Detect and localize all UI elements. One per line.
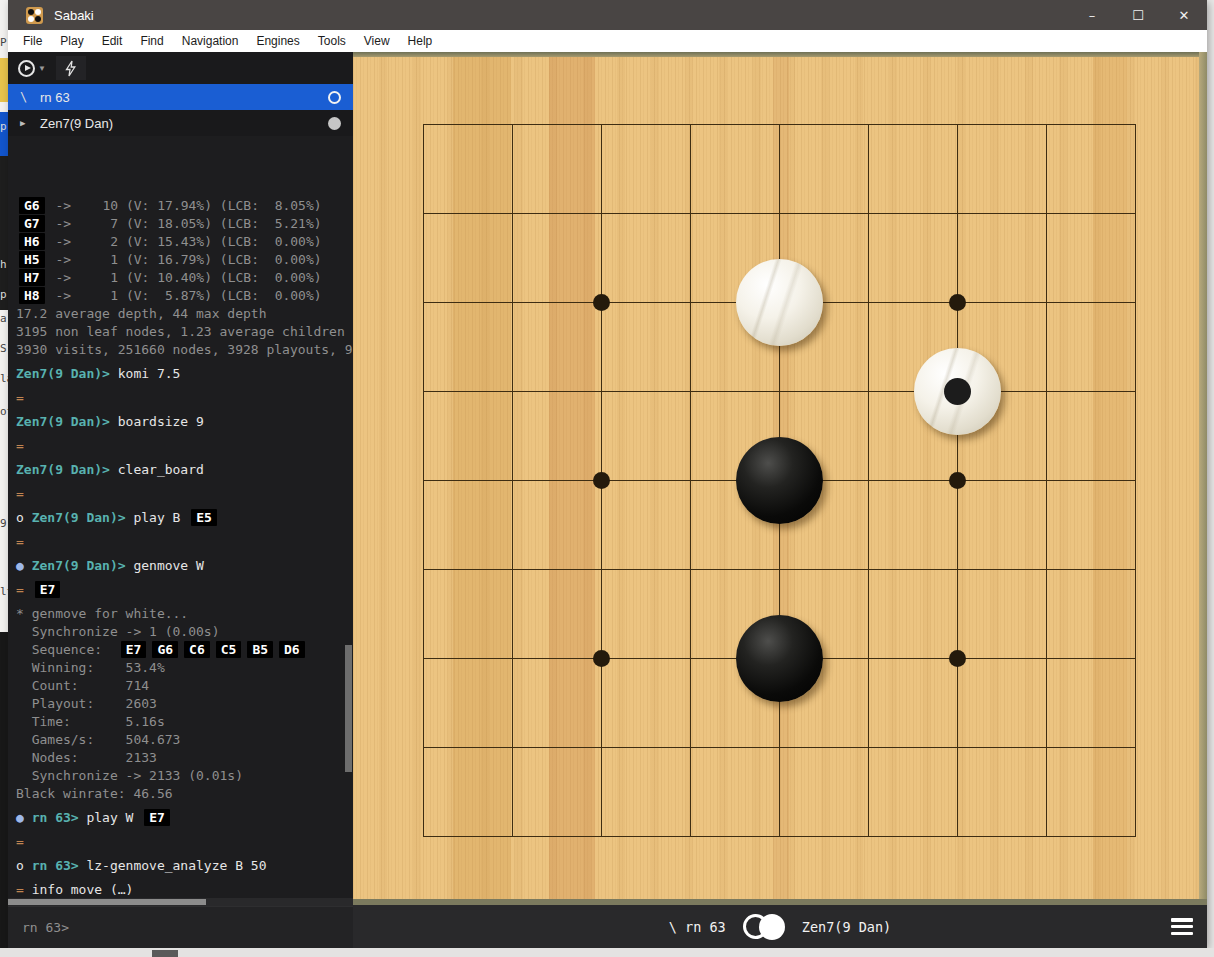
console-line: Time: 5.16s <box>16 713 353 731</box>
engine-list: \rn 63▶Zen7(9 Dan) <box>8 84 353 136</box>
intersection-D3[interactable] <box>646 614 735 703</box>
stone-black-E5 <box>736 437 823 524</box>
console-line: = <box>16 533 353 551</box>
intersection-B1[interactable] <box>468 792 557 881</box>
console-text: Time: 5.16s <box>16 714 165 729</box>
intersection-G2[interactable] <box>913 703 1002 792</box>
star-point <box>593 472 610 489</box>
engine-item-rn-63[interactable]: \rn 63 <box>8 84 353 110</box>
intersection-G9[interactable] <box>913 80 1002 169</box>
open-circle-icon[interactable] <box>328 91 341 104</box>
filled-circle-icon[interactable] <box>328 117 341 130</box>
console-line: Winning: 53.4% <box>16 659 353 677</box>
console-line: Zen7(9 Dan)> boardsize 9 <box>16 413 353 431</box>
console-line: ● Zen7(9 Dan)> genmove W <box>16 557 353 575</box>
star-point <box>949 650 966 667</box>
menu-play[interactable]: Play <box>51 32 92 50</box>
intersection-J1[interactable] <box>1091 792 1180 881</box>
console-text: 3930 visits, 251660 nodes, 3928 playouts… <box>16 342 353 357</box>
engine-item-zen7-9-dan-[interactable]: ▶Zen7(9 Dan) <box>8 110 353 136</box>
gtp-equals: = <box>16 534 24 549</box>
intersection-E8[interactable] <box>735 169 824 258</box>
intersection-G8[interactable] <box>913 169 1002 258</box>
console-text: clear_board <box>110 462 204 477</box>
console-text: genmove W <box>126 558 204 573</box>
expand-arrow-icon: ▶ <box>20 118 40 128</box>
move-badge: H8 <box>19 287 45 304</box>
move-badge: E5 <box>191 509 217 526</box>
console-line: 3195 non leaf nodes, 1.23 average childr… <box>16 323 353 341</box>
console-text: 3195 non leaf nodes, 1.23 average childr… <box>16 324 345 339</box>
last-move-marker <box>944 378 971 405</box>
console-text: lz-genmove_analyze B 50 <box>79 858 267 873</box>
move-badge: G7 <box>19 215 45 232</box>
intersection-D9[interactable] <box>646 80 735 169</box>
gtp-equals: = <box>16 582 32 597</box>
console-line: Zen7(9 Dan)> clear_board <box>16 461 353 479</box>
engine-name: rn 63 <box>40 90 328 105</box>
console-line: H5 -> 1 (V: 16.79%) (LCB: 0.00%) <box>16 251 353 269</box>
console-text: Playout: 2603 <box>16 696 157 711</box>
sliver-text-fragment: lf <box>0 585 8 598</box>
gtp-equals: = <box>16 834 24 849</box>
stone-black-E3 <box>736 615 823 702</box>
intersection-F6[interactable] <box>824 347 913 436</box>
intersection-J8[interactable] <box>1091 169 1180 258</box>
intersection-F5[interactable] <box>824 436 913 525</box>
console-line: 3930 visits, 251660 nodes, 3928 playouts… <box>16 341 353 359</box>
intersection-C5[interactable] <box>557 436 646 525</box>
gtp-equals: = <box>16 438 24 453</box>
console-line: 17.2 average depth, 44 max depth <box>16 305 353 323</box>
intersection-G6[interactable] <box>913 347 1002 436</box>
background-window-sliver: PphpaSlaof9lf <box>0 0 8 957</box>
intersection-D4[interactable] <box>646 525 735 614</box>
intersection-D8[interactable] <box>646 169 735 258</box>
busy-spinner-icon: \ <box>20 90 40 104</box>
bullet-filled-icon: ● <box>16 558 32 573</box>
lightning-icon <box>65 60 76 77</box>
sliver-dark-block <box>0 156 8 310</box>
console-line: Playout: 2603 <box>16 695 353 713</box>
intersection-J5[interactable] <box>1091 436 1180 525</box>
play-circle-icon <box>18 60 35 77</box>
sliver-text-fragment: h <box>0 258 7 271</box>
console-text: * genmove for white... <box>16 606 188 621</box>
console-line: G7 -> 7 (V: 18.05%) (LCB: 5.21%) <box>16 215 353 233</box>
move-badge: E7 <box>121 641 147 658</box>
sliver-text-fragment: 9 <box>0 517 7 530</box>
intersection-F4[interactable] <box>824 525 913 614</box>
engine-prompt: Zen7(9 Dan)> <box>32 558 126 573</box>
menu-navigation[interactable]: Navigation <box>173 32 248 50</box>
intersection-D2[interactable] <box>646 703 735 792</box>
console-text: Winning: 53.4% <box>16 660 165 675</box>
engine-prompt: Zen7(9 Dan)> <box>16 462 110 477</box>
engine-toolbar: ▼ <box>8 52 353 84</box>
console-line: = E7 <box>16 581 353 599</box>
console-line: H8 -> 1 (V: 5.87%) (LCB: 0.00%) <box>16 287 353 305</box>
generate-move-button[interactable] <box>56 56 86 80</box>
engine-prompt: rn 63> <box>32 858 79 873</box>
console-line: Black winrate: 46.56 <box>16 785 353 803</box>
board-panel: \ rn 63 Zen7(9 Dan) <box>353 52 1207 948</box>
minimize-button[interactable]: – <box>1069 0 1115 30</box>
star-point <box>949 472 966 489</box>
console-input[interactable]: rn 63> <box>8 906 353 948</box>
console-line: = <box>16 485 353 503</box>
console-text: info move (…) <box>32 882 134 897</box>
move-badge: E7 <box>35 581 61 598</box>
intersection-J4[interactable] <box>1091 525 1180 614</box>
intersection-J9[interactable] <box>1091 80 1180 169</box>
menu-find[interactable]: Find <box>131 32 172 50</box>
menu-engines[interactable]: Engines <box>247 32 308 50</box>
intersection-H3[interactable] <box>1002 614 1091 703</box>
sliver-text-fragment: p <box>0 120 7 133</box>
console-line: o rn 63> lz-genmove_analyze B 50 <box>16 857 353 875</box>
move-badge: H7 <box>19 269 45 286</box>
intersection-A5[interactable] <box>379 436 468 525</box>
gtp-console-panel: ▼ \rn 63▶Zen7(9 Dan) G6 -> 10 (V: 17.94%… <box>8 52 353 948</box>
intersection-F8[interactable] <box>824 169 913 258</box>
console-text: -> 1 (V: 5.87%) (LCB: 0.00%) <box>48 288 322 303</box>
engine-prompt: Zen7(9 Dan)> <box>16 366 110 381</box>
console-line: H7 -> 1 (V: 10.40%) (LCB: 0.00%) <box>16 269 353 287</box>
horizontal-scrollbar-thumb[interactable] <box>8 899 206 905</box>
board-top-edge <box>353 52 1207 57</box>
move-badge: G6 <box>152 641 178 658</box>
menu-view[interactable]: View <box>355 32 399 50</box>
intersection-E4[interactable] <box>735 525 824 614</box>
black-player-name: \ rn 63 <box>669 919 726 935</box>
menu-help[interactable]: Help <box>399 32 442 50</box>
move-badge: E7 <box>144 809 170 826</box>
star-point <box>949 294 966 311</box>
console-text: Sequence: <box>16 642 118 657</box>
intersection-A7[interactable] <box>379 258 468 347</box>
console-line: = <box>16 833 353 851</box>
sliver-text-fragment: P <box>0 36 7 49</box>
intersection-G4[interactable] <box>913 525 1002 614</box>
intersection-E9[interactable] <box>735 80 824 169</box>
intersection-A3[interactable] <box>379 614 468 703</box>
desktop-edge-bottom <box>0 948 1214 957</box>
console-line: Games/s: 504.673 <box>16 731 353 749</box>
sliver-blue-chip <box>0 112 8 156</box>
console-line: o Zen7(9 Dan)> play B E5 <box>16 509 353 527</box>
move-badge: C6 <box>184 641 210 658</box>
intersection-A9[interactable] <box>379 80 468 169</box>
console-line: Synchronize -> 1 (0.00s) <box>16 623 353 641</box>
console-text: komi 7.5 <box>110 366 180 381</box>
console-text: -> 1 (V: 10.40%) (LCB: 0.00%) <box>48 270 322 285</box>
intersection-H9[interactable] <box>1002 80 1091 169</box>
gtp-equals: = <box>16 882 32 897</box>
intersection-H5[interactable] <box>1002 436 1091 525</box>
gtp-equals: = <box>16 486 24 501</box>
intersection-F1[interactable] <box>824 792 913 881</box>
intersection-C4[interactable] <box>557 525 646 614</box>
white-player-name: Zen7(9 Dan) <box>802 919 891 935</box>
intersection-B6[interactable] <box>468 347 557 436</box>
intersection-A4[interactable] <box>379 525 468 614</box>
intersection-F3[interactable] <box>824 614 913 703</box>
sliver-dark-block <box>0 632 8 957</box>
menu-bar: FilePlayEditFindNavigationEnginesToolsVi… <box>8 30 1207 52</box>
intersection-G1[interactable] <box>913 792 1002 881</box>
intersection-B7[interactable] <box>468 258 557 347</box>
intersection-H4[interactable] <box>1002 525 1091 614</box>
console-line: H6 -> 2 (V: 15.43%) (LCB: 0.00%) <box>16 233 353 251</box>
intersection-A6[interactable] <box>379 347 468 436</box>
intersection-B9[interactable] <box>468 80 557 169</box>
intersection-F2[interactable] <box>824 703 913 792</box>
intersection-C9[interactable] <box>557 80 646 169</box>
intersection-D1[interactable] <box>646 792 735 881</box>
horizontal-scrollbar-track[interactable] <box>8 898 353 906</box>
move-badge: H5 <box>19 251 45 268</box>
start-engine-button[interactable]: ▼ <box>18 60 46 77</box>
console-text: -> 7 (V: 18.05%) (LCB: 5.21%) <box>48 216 322 231</box>
console-line: G6 -> 10 (V: 17.94%) (LCB: 8.05%) <box>16 197 353 215</box>
sliver-text-fragment: a <box>0 312 7 325</box>
intersection-B8[interactable] <box>468 169 557 258</box>
console-text: boardsize 9 <box>110 414 204 429</box>
intersection-A2[interactable] <box>379 703 468 792</box>
intersection-C3[interactable] <box>557 614 646 703</box>
chevron-down-icon: ▼ <box>38 64 46 73</box>
intersection-A1[interactable] <box>379 792 468 881</box>
sliver-text-fragment: p <box>0 288 7 301</box>
console-text: Count: 714 <box>16 678 149 693</box>
title-bar: Sabaki – ☐ ✕ <box>8 0 1207 30</box>
intersection-E3[interactable] <box>735 614 824 703</box>
intersection-H6[interactable] <box>1002 347 1091 436</box>
move-badge: G6 <box>19 197 45 214</box>
console-line: Synchronize -> 2133 (0.01s) <box>16 767 353 785</box>
intersection-B4[interactable] <box>468 525 557 614</box>
swap-colors-toggle[interactable] <box>743 914 785 940</box>
stone-white-G6 <box>914 348 1001 435</box>
intersection-D5[interactable] <box>646 436 735 525</box>
move-badge: C5 <box>216 641 242 658</box>
go-board-grid <box>379 80 1180 881</box>
move-badge: H6 <box>19 233 45 250</box>
intersection-H1[interactable] <box>1002 792 1091 881</box>
console-text: Synchronize -> 2133 (0.01s) <box>16 768 243 783</box>
console-text: Games/s: 504.673 <box>16 732 180 747</box>
intersection-C7[interactable] <box>557 258 646 347</box>
intersection-E7[interactable] <box>735 258 824 347</box>
sabaki-app-icon <box>26 7 43 24</box>
gtp-equals: = <box>16 390 24 405</box>
maximize-button[interactable]: ☐ <box>1115 0 1161 30</box>
console-text: play W <box>79 810 142 825</box>
console-text: -> 10 (V: 17.94%) (LCB: 8.05%) <box>48 198 322 213</box>
window-title: Sabaki <box>54 8 94 23</box>
console-line: Count: 714 <box>16 677 353 695</box>
engine-prompt: rn 63> <box>32 810 79 825</box>
intersection-J3[interactable] <box>1091 614 1180 703</box>
engine-prompt: Zen7(9 Dan)> <box>16 414 110 429</box>
console-prompt: rn 63> <box>22 920 69 935</box>
player-bar: \ rn 63 Zen7(9 Dan) <box>353 905 1207 948</box>
menu-edit[interactable]: Edit <box>93 32 132 50</box>
intersection-C2[interactable] <box>557 703 646 792</box>
sabaki-window: Sabaki – ☐ ✕ FilePlayEditFindNavigationE… <box>8 0 1207 948</box>
move-badge: B5 <box>247 641 273 658</box>
console-line: ● rn 63> play W E7 <box>16 809 353 827</box>
console-line: Sequence: E7G6C6C5B5D6 <box>16 641 353 659</box>
console-text: play B <box>126 510 189 525</box>
console-text: Synchronize -> 1 (0.00s) <box>16 624 220 639</box>
console-line: = info move (…) <box>16 881 353 899</box>
console-line: = <box>16 437 353 455</box>
intersection-G5[interactable] <box>913 436 1002 525</box>
sliver-text-fragment: of <box>0 405 8 418</box>
intersection-J7[interactable] <box>1091 258 1180 347</box>
intersection-E1[interactable] <box>735 792 824 881</box>
stone-white-E7 <box>736 259 823 346</box>
star-point <box>593 294 610 311</box>
sliver-text-fragment: S <box>0 342 7 355</box>
bullet-open-icon: o <box>16 510 32 525</box>
intersection-J6[interactable] <box>1091 347 1180 436</box>
move-badge: D6 <box>279 641 305 658</box>
board-right-edge <box>1199 52 1207 905</box>
menu-tools[interactable]: Tools <box>309 32 355 50</box>
intersection-C8[interactable] <box>557 169 646 258</box>
intersection-B5[interactable] <box>468 436 557 525</box>
console-log[interactable]: G6 -> 10 (V: 17.94%) (LCB: 8.05%)G7 -> 7… <box>8 136 353 906</box>
console-text: Black winrate: 46.56 <box>16 786 173 801</box>
intersection-D6[interactable] <box>646 347 735 436</box>
console-line: Zen7(9 Dan)> komi 7.5 <box>16 365 353 383</box>
console-text: -> 2 (V: 15.43%) (LCB: 0.00%) <box>48 234 322 249</box>
console-line: Nodes: 2133 <box>16 749 353 767</box>
console-text: -> 1 (V: 16.79%) (LCB: 0.00%) <box>48 252 322 267</box>
intersection-F9[interactable] <box>824 80 913 169</box>
intersection-G3[interactable] <box>913 614 1002 703</box>
menu-file[interactable]: File <box>14 32 51 50</box>
intersection-H7[interactable] <box>1002 258 1091 347</box>
intersection-C1[interactable] <box>557 792 646 881</box>
sliver-yellow-chip <box>0 58 8 102</box>
vertical-scrollbar[interactable] <box>345 645 352 772</box>
console-line: * genmove for white... <box>16 605 353 623</box>
intersection-D7[interactable] <box>646 258 735 347</box>
intersection-C6[interactable] <box>557 347 646 436</box>
menu-hamburger-icon[interactable] <box>1171 918 1193 935</box>
intersection-G7[interactable] <box>913 258 1002 347</box>
bullet-filled-icon: ● <box>16 810 32 825</box>
intersection-F7[interactable] <box>824 258 913 347</box>
intersection-E5[interactable] <box>735 436 824 525</box>
engine-prompt: Zen7(9 Dan)> <box>32 510 126 525</box>
intersection-H2[interactable] <box>1002 703 1091 792</box>
console-line: = <box>16 389 353 407</box>
sliver-text-fragment: la <box>0 372 8 385</box>
console-text: 17.2 average depth, 44 max depth <box>16 306 266 321</box>
intersection-E2[interactable] <box>735 703 824 792</box>
intersection-E6[interactable] <box>735 347 824 436</box>
intersection-B3[interactable] <box>468 614 557 703</box>
close-button[interactable]: ✕ <box>1161 0 1207 30</box>
intersection-B2[interactable] <box>468 703 557 792</box>
intersection-J2[interactable] <box>1091 703 1180 792</box>
intersection-H8[interactable] <box>1002 169 1091 258</box>
goban-wood <box>353 52 1207 905</box>
console-text: Nodes: 2133 <box>16 750 157 765</box>
engine-name: Zen7(9 Dan) <box>40 116 328 131</box>
star-point <box>593 650 610 667</box>
intersection-A8[interactable] <box>379 169 468 258</box>
white-stone-icon <box>759 914 785 940</box>
bullet-open-icon: o <box>16 858 32 873</box>
